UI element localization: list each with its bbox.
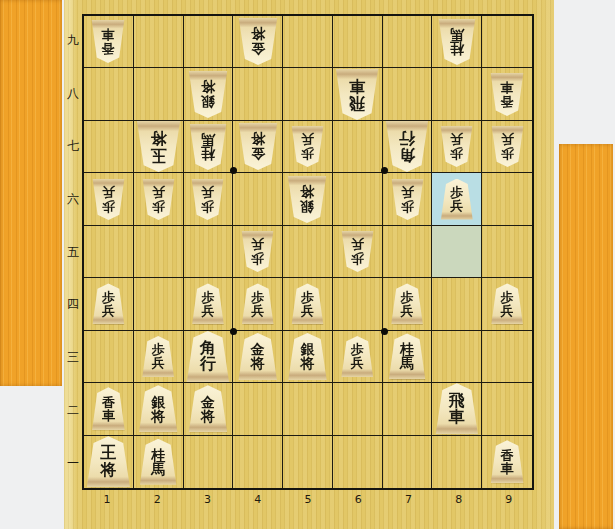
top-lance-piece[interactable]: 香車 [91, 20, 125, 63]
piece-kanji: 行 [200, 356, 216, 372]
bottom-gold-piece[interactable]: 金将 [238, 333, 278, 380]
piece-kanji: 車 [449, 409, 465, 425]
bottom-pawn-piece[interactable]: 歩兵 [142, 336, 175, 377]
board-cell-5五[interactable] [283, 226, 333, 278]
board-cell-7二[interactable] [383, 383, 433, 435]
piece-kanji: 金 [251, 147, 265, 161]
piece-kanji: 将 [300, 356, 314, 370]
rank-label: 七 [64, 120, 82, 173]
rank-label: 五 [64, 226, 82, 279]
board-cell-8二[interactable]: 飛車 [432, 383, 482, 435]
rank-label: 一 [64, 437, 82, 490]
rank-label: 四 [64, 278, 82, 331]
piece-kanji: 金 [251, 342, 265, 356]
piece-kanji: 車 [349, 78, 365, 94]
board-cell-3八[interactable]: 銀将 [184, 68, 234, 120]
board-cell-7五[interactable] [383, 226, 433, 278]
rank-label: 八 [64, 67, 82, 120]
board-cell-8六[interactable]: 歩兵 [432, 173, 482, 225]
file-label: 7 [383, 490, 433, 508]
board-cell-3五[interactable] [184, 226, 234, 278]
board-cell-4一[interactable] [233, 436, 283, 488]
file-label: 9 [484, 490, 534, 508]
board-cell-3四[interactable]: 歩兵 [184, 278, 234, 330]
board-cell-9六[interactable] [482, 173, 532, 225]
piece-kanji: 兵 [251, 304, 264, 317]
board-cell-1三[interactable] [84, 331, 134, 383]
top-silver-piece[interactable]: 銀将 [188, 71, 228, 118]
board-cell-9八[interactable]: 香車 [482, 68, 532, 120]
piece-kanji: 歩 [201, 291, 214, 304]
bottom-pawn-piece[interactable]: 歩兵 [341, 336, 374, 377]
piece-kanji: 兵 [102, 304, 115, 317]
piece-kanji: 金 [201, 395, 215, 409]
board-cell-1八[interactable] [84, 68, 134, 120]
file-label: 8 [434, 490, 484, 508]
piece-kanji: 銀 [300, 199, 314, 213]
board-cell-7六[interactable]: 歩兵 [383, 173, 433, 225]
board-cell-9七[interactable]: 歩兵 [482, 121, 532, 173]
board-cell-2四[interactable] [134, 278, 184, 330]
board-cell-8四[interactable] [432, 278, 482, 330]
bottom-rook-piece[interactable]: 飛車 [435, 383, 479, 434]
piece-kanji: 兵 [201, 186, 214, 199]
piece-kanji: 将 [201, 80, 215, 94]
piece-kanji: 兵 [152, 356, 165, 369]
top-gold-piece[interactable]: 金将 [238, 18, 278, 65]
piece-kanji: 行 [399, 130, 415, 146]
top-rook-piece[interactable]: 飛車 [335, 69, 379, 120]
piece-kanji: 歩 [450, 147, 463, 160]
board-cell-4四[interactable]: 歩兵 [233, 278, 283, 330]
piece-kanji: 歩 [401, 199, 414, 212]
piece-kanji: 香 [102, 396, 115, 409]
bottom-lance-piece[interactable]: 香車 [91, 387, 125, 430]
file-label: 5 [283, 490, 333, 508]
board-cell-4六[interactable] [233, 173, 283, 225]
bottom-silver-piece[interactable]: 銀将 [287, 333, 327, 380]
file-label: 2 [132, 490, 182, 508]
piece-kanji: 歩 [501, 291, 514, 304]
bottom-bishop-piece[interactable]: 角行 [186, 331, 230, 382]
board-cell-1五[interactable] [84, 226, 134, 278]
shogi-board: 九八七六五四三二一 香車金将桂馬銀将飛車香車玉将桂馬金将歩兵角行歩兵歩兵歩兵歩兵… [64, 0, 554, 529]
top-pawn-piece[interactable]: 歩兵 [241, 231, 274, 272]
hoshi-dot [230, 328, 237, 335]
piece-kanji: 銀 [201, 94, 215, 108]
rank-label: 六 [64, 173, 82, 226]
board-cell-4七[interactable]: 金将 [233, 121, 283, 173]
board-cell-8八[interactable] [432, 68, 482, 120]
board-cell-9九[interactable] [482, 16, 532, 68]
board-cell-1二[interactable]: 香車 [84, 383, 134, 435]
piece-kanji: 兵 [501, 304, 514, 317]
piece-kanji: 兵 [152, 186, 165, 199]
piece-kanji: 将 [251, 132, 265, 146]
bottom-king-piece[interactable]: 王将 [86, 436, 131, 487]
top-pawn-piece[interactable]: 歩兵 [191, 179, 224, 220]
top-pawn-piece[interactable]: 歩兵 [440, 126, 473, 167]
piece-kanji: 将 [251, 27, 265, 41]
piece-kanji: 桂 [450, 42, 464, 56]
piece-kanji: 歩 [450, 186, 463, 199]
board-cell-6四[interactable] [333, 278, 383, 330]
bottom-pawn-piece[interactable]: 歩兵 [491, 283, 524, 324]
top-pawn-piece[interactable]: 歩兵 [391, 179, 424, 220]
top-player-piece-stand [0, 0, 62, 386]
piece-kanji: 歩 [351, 343, 364, 356]
bottom-knight-piece[interactable]: 桂馬 [139, 439, 177, 485]
board-cell-1九[interactable]: 香車 [84, 16, 134, 68]
board-cell-3三[interactable]: 角行 [184, 331, 234, 383]
top-lance-piece[interactable]: 香車 [490, 73, 524, 116]
board-cell-2二[interactable]: 銀将 [134, 383, 184, 435]
board-cell-3九[interactable] [184, 16, 234, 68]
top-pawn-piece[interactable]: 歩兵 [341, 231, 374, 272]
bottom-gold-piece[interactable]: 金将 [188, 385, 228, 432]
board-cell-5九[interactable] [283, 16, 333, 68]
bottom-pawn-piece[interactable]: 歩兵 [92, 283, 125, 324]
board-cell-1一[interactable]: 王将 [84, 436, 134, 488]
board-cell-4九[interactable]: 金将 [233, 16, 283, 68]
bottom-pawn-piece[interactable]: 歩兵 [241, 283, 274, 324]
board-cell-8五[interactable] [432, 226, 482, 278]
piece-kanji: 兵 [201, 304, 214, 317]
board-grid: 香車金将桂馬銀将飛車香車玉将桂馬金将歩兵角行歩兵歩兵歩兵歩兵歩兵銀将歩兵歩兵歩兵… [82, 14, 534, 490]
board-cell-7一[interactable] [383, 436, 433, 488]
piece-kanji: 歩 [351, 251, 364, 264]
piece-kanji: 馬 [151, 462, 165, 476]
rank-labels: 九八七六五四三二一 [64, 14, 82, 490]
board-cell-5一[interactable] [283, 436, 333, 488]
board-cell-4二[interactable] [233, 383, 283, 435]
board-cell-8九[interactable]: 桂馬 [432, 16, 482, 68]
piece-kanji: 兵 [401, 186, 414, 199]
board-cell-4五[interactable]: 歩兵 [233, 226, 283, 278]
piece-kanji: 将 [300, 185, 314, 199]
file-labels: 123456789 [82, 490, 534, 508]
board-cell-5二[interactable] [283, 383, 333, 435]
hoshi-dot [230, 167, 237, 174]
top-silver-piece[interactable]: 銀将 [287, 176, 327, 223]
piece-kanji: 桂 [201, 147, 215, 161]
piece-kanji: 歩 [152, 199, 165, 212]
file-label: 1 [82, 490, 132, 508]
piece-kanji: 車 [501, 81, 514, 94]
file-label: 4 [233, 490, 283, 508]
piece-kanji: 兵 [351, 356, 364, 369]
board-cell-9四[interactable]: 歩兵 [482, 278, 532, 330]
board-cell-7八[interactable] [383, 68, 433, 120]
top-knight-piece[interactable]: 桂馬 [438, 19, 476, 65]
board-cell-8七[interactable]: 歩兵 [432, 121, 482, 173]
piece-kanji: 兵 [351, 238, 364, 251]
board-cell-9一[interactable]: 香車 [482, 436, 532, 488]
piece-kanji: 歩 [251, 291, 264, 304]
piece-kanji: 歩 [201, 199, 214, 212]
bottom-lance-piece[interactable]: 香車 [490, 440, 524, 483]
piece-kanji: 車 [102, 409, 115, 422]
piece-kanji: 歩 [102, 199, 115, 212]
bottom-pawn-piece[interactable]: 歩兵 [191, 283, 224, 324]
rank-label: 九 [64, 14, 82, 67]
board-cell-8一[interactable] [432, 436, 482, 488]
bottom-player-piece-stand [559, 144, 613, 529]
board-cell-2六[interactable]: 歩兵 [134, 173, 184, 225]
piece-kanji: 銀 [151, 395, 165, 409]
top-knight-piece[interactable]: 桂馬 [189, 124, 227, 170]
file-label: 3 [182, 490, 232, 508]
top-pawn-piece[interactable]: 歩兵 [491, 126, 524, 167]
piece-kanji: 香 [501, 449, 514, 462]
piece-kanji: 香 [102, 42, 115, 55]
bottom-knight-piece[interactable]: 桂馬 [388, 333, 426, 379]
piece-kanji: 兵 [102, 186, 115, 199]
piece-kanji: 歩 [251, 251, 264, 264]
hoshi-dot [381, 328, 388, 335]
piece-kanji: 銀 [300, 342, 314, 356]
board-cell-9二[interactable] [482, 383, 532, 435]
top-king-piece[interactable]: 玉将 [136, 121, 181, 172]
top-pawn-piece[interactable]: 歩兵 [92, 179, 125, 220]
board-cell-2七[interactable]: 玉将 [134, 121, 184, 173]
board-cell-3一[interactable] [184, 436, 234, 488]
piece-kanji: 車 [102, 28, 115, 41]
piece-kanji: 兵 [301, 304, 314, 317]
piece-kanji: 兵 [251, 238, 264, 251]
board-cell-2三[interactable]: 歩兵 [134, 331, 184, 383]
top-pawn-piece[interactable]: 歩兵 [291, 126, 324, 167]
piece-kanji: 玉 [150, 147, 166, 163]
board-cell-6八[interactable]: 飛車 [333, 68, 383, 120]
piece-kanji: 飛 [349, 94, 365, 110]
board-cell-7九[interactable] [383, 16, 433, 68]
bottom-pawn-piece[interactable]: 歩兵 [440, 179, 473, 220]
bottom-pawn-piece[interactable]: 歩兵 [391, 283, 424, 324]
board-cell-6七[interactable] [333, 121, 383, 173]
board-cell-6九[interactable] [333, 16, 383, 68]
piece-kanji: 馬 [450, 27, 464, 41]
rank-label: 二 [64, 384, 82, 437]
piece-kanji: 兵 [450, 133, 463, 146]
board-cell-8三[interactable] [432, 331, 482, 383]
board-cell-6二[interactable] [333, 383, 383, 435]
piece-kanji: 車 [501, 462, 514, 475]
piece-kanji: 歩 [301, 291, 314, 304]
board-cell-2九[interactable] [134, 16, 184, 68]
board-cell-1六[interactable]: 歩兵 [84, 173, 134, 225]
piece-kanji: 将 [201, 409, 215, 423]
piece-kanji: 将 [251, 356, 265, 370]
piece-kanji: 歩 [501, 147, 514, 160]
board-cell-2五[interactable] [134, 226, 184, 278]
piece-kanji: 金 [251, 42, 265, 56]
rank-label: 三 [64, 331, 82, 384]
piece-kanji: 兵 [401, 304, 414, 317]
piece-kanji: 兵 [501, 133, 514, 146]
board-cell-4八[interactable] [233, 68, 283, 120]
top-pawn-piece[interactable]: 歩兵 [142, 179, 175, 220]
piece-kanji: 馬 [201, 132, 215, 146]
piece-kanji: 桂 [400, 342, 414, 356]
board-cell-5六[interactable]: 銀将 [283, 173, 333, 225]
piece-kanji: 将 [151, 409, 165, 423]
board-cell-1四[interactable]: 歩兵 [84, 278, 134, 330]
piece-kanji: 角 [399, 147, 415, 163]
board-cell-2八[interactable] [134, 68, 184, 120]
piece-kanji: 兵 [301, 133, 314, 146]
board-cell-4三[interactable]: 金将 [233, 331, 283, 383]
piece-kanji: 将 [100, 462, 116, 478]
board-cell-3七[interactable]: 桂馬 [184, 121, 234, 173]
board-cell-5三[interactable]: 銀将 [283, 331, 333, 383]
hoshi-dot [381, 167, 388, 174]
board-cell-3二[interactable]: 金将 [184, 383, 234, 435]
file-label: 6 [333, 490, 383, 508]
board-cell-5七[interactable]: 歩兵 [283, 121, 333, 173]
board-cell-6三[interactable]: 歩兵 [333, 331, 383, 383]
board-cell-6五[interactable]: 歩兵 [333, 226, 383, 278]
top-bishop-piece[interactable]: 角行 [385, 121, 429, 172]
board-cell-7三[interactable]: 桂馬 [383, 331, 433, 383]
bottom-silver-piece[interactable]: 銀将 [138, 385, 178, 432]
piece-kanji: 歩 [301, 147, 314, 160]
board-cell-5八[interactable] [283, 68, 333, 120]
board-cell-7七[interactable]: 角行 [383, 121, 433, 173]
top-gold-piece[interactable]: 金将 [238, 123, 278, 170]
board-cell-5四[interactable]: 歩兵 [283, 278, 333, 330]
piece-kanji: 馬 [400, 356, 414, 370]
bottom-pawn-piece[interactable]: 歩兵 [291, 283, 324, 324]
piece-kanji: 兵 [450, 199, 463, 212]
piece-kanji: 歩 [401, 291, 414, 304]
board-cell-9三[interactable] [482, 331, 532, 383]
piece-kanji: 歩 [102, 291, 115, 304]
board-cell-7四[interactable]: 歩兵 [383, 278, 433, 330]
board-cell-1七[interactable] [84, 121, 134, 173]
board-cell-2一[interactable]: 桂馬 [134, 436, 184, 488]
board-cell-3六[interactable]: 歩兵 [184, 173, 234, 225]
piece-kanji: 歩 [152, 343, 165, 356]
board-cell-9五[interactable] [482, 226, 532, 278]
piece-kanji: 将 [150, 130, 166, 146]
board-cell-6一[interactable] [333, 436, 383, 488]
board-cell-6六[interactable] [333, 173, 383, 225]
piece-kanji: 香 [501, 94, 514, 107]
piece-kanji: 桂 [151, 448, 165, 462]
